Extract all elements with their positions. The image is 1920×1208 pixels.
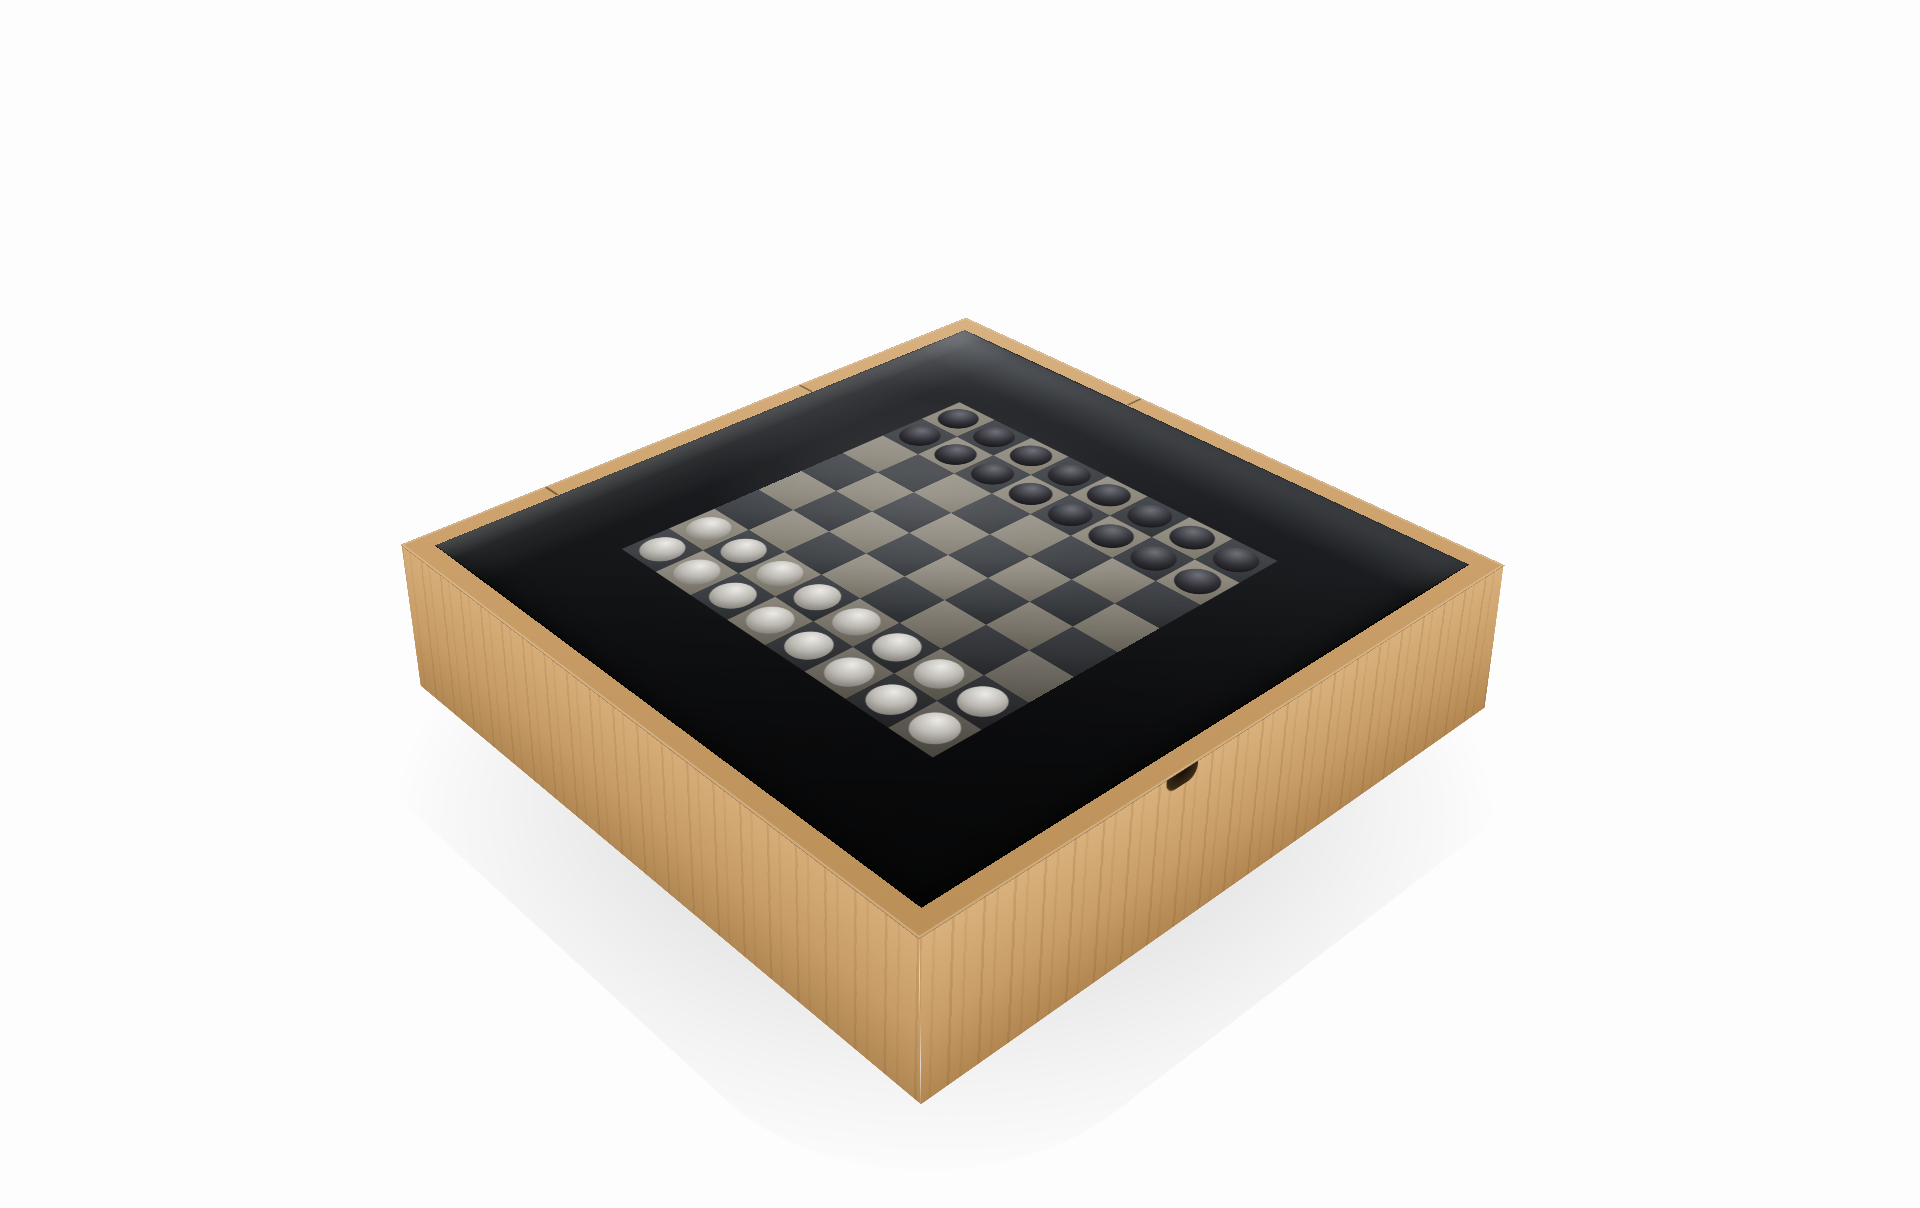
piece-glyph: ♜ (855, 622, 1015, 731)
piece-glyph: ♟ (1126, 498, 1269, 584)
chess-box: ♜♞♝♛♚♝♞♜♟♟♟♟♟♟♟♟♟♟♟♟♟♟♟♟♜♞♝♛♚♝♞♜ (401, 318, 1503, 938)
product-photo-scene: ♜♞♝♛♚♝♞♜♟♟♟♟♟♟♟♟♟♟♟♟♟♟♟♟♜♞♝♛♚♝♞♜ (0, 0, 1920, 1208)
